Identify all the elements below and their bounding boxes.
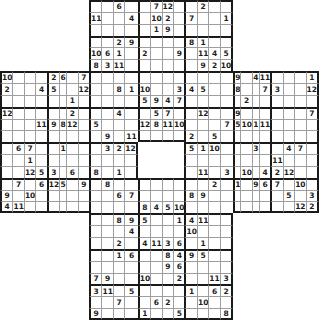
cell-r14-c0[interactable] (0, 166, 12, 178)
cell-r20-c18[interactable] (208, 237, 219, 249)
cell-r26-c11[interactable] (124, 308, 137, 320)
cell-r10-c10[interactable] (113, 119, 124, 131)
cell-r6-c2[interactable] (24, 71, 35, 83)
cell-r13-c27[interactable] (306, 154, 319, 166)
cell-r11-c8[interactable] (89, 130, 101, 142)
cell-r14-c11[interactable] (124, 166, 137, 178)
cell-r2-c17[interactable] (197, 24, 208, 36)
cell-r7-c21[interactable] (240, 83, 251, 95)
cell-r11-c3[interactable] (35, 130, 46, 142)
cell-r15-c16[interactable] (184, 178, 196, 190)
cell-r6-c14[interactable] (162, 71, 173, 83)
cell-r13-c20[interactable] (233, 154, 240, 166)
cell-r17-c24[interactable] (270, 201, 282, 213)
cell-r13-c7[interactable] (78, 154, 89, 166)
cell-r2-c16[interactable] (184, 24, 196, 36)
cell-r5-c15[interactable] (173, 59, 184, 71)
cell-r13-c5[interactable] (59, 154, 66, 166)
cell-r20-c9[interactable] (101, 237, 112, 249)
cell-r17-c20[interactable] (233, 201, 240, 213)
cell-r13-c25[interactable] (283, 154, 294, 166)
cell-r16-c7[interactable] (78, 190, 89, 202)
cell-r23-c13[interactable] (150, 273, 161, 285)
cell-r0-c15[interactable] (173, 0, 184, 12)
cell-r9-c1[interactable] (12, 107, 23, 119)
cell-r14-c1[interactable] (12, 166, 23, 178)
cell-r22-c17[interactable] (197, 261, 208, 273)
cell-r26-c14[interactable] (162, 308, 173, 320)
cell-r17-c18[interactable] (208, 201, 219, 213)
cell-r18-c19[interactable] (220, 213, 233, 225)
cell-r12-c23[interactable] (259, 142, 270, 154)
cell-r14-c22[interactable] (252, 166, 259, 178)
cell-r19-c15[interactable] (173, 225, 184, 237)
cell-r17-c21[interactable] (240, 201, 251, 213)
cell-r24-c12[interactable] (138, 284, 150, 296)
cell-r6-c21[interactable] (240, 71, 251, 83)
cell-r16-c3[interactable] (35, 190, 46, 202)
cell-r8-c22[interactable] (252, 95, 259, 107)
cell-r14-c7[interactable] (78, 166, 89, 178)
cell-r22-c19[interactable] (220, 261, 233, 273)
cell-r1-c18[interactable] (208, 12, 219, 24)
cell-r26-c9[interactable] (101, 308, 112, 320)
cell-r17-c10[interactable] (113, 201, 124, 213)
cell-r9-c23[interactable] (259, 107, 270, 119)
cell-r9-c19[interactable] (220, 107, 233, 119)
cell-r15-c0[interactable] (0, 178, 12, 190)
cell-r8-c19[interactable] (220, 95, 233, 107)
cell-r12-c24[interactable] (270, 142, 282, 154)
cell-r16-c15[interactable] (173, 190, 184, 202)
cell-r8-c0[interactable] (0, 95, 12, 107)
cell-r16-c13[interactable] (150, 190, 161, 202)
cell-r15-c13[interactable] (150, 178, 161, 190)
cell-r15-c14[interactable] (162, 178, 173, 190)
cell-r12-c19[interactable] (220, 142, 233, 154)
cell-r17-c4[interactable] (47, 201, 59, 213)
cell-r9-c16[interactable] (184, 107, 196, 119)
cell-r9-c22[interactable] (252, 107, 259, 119)
cell-r12-c20[interactable] (233, 142, 240, 154)
cell-r13-c23[interactable] (259, 154, 270, 166)
cell-r9-c9[interactable] (101, 107, 112, 119)
cell-r25-c11[interactable] (124, 296, 137, 308)
cell-r6-c19[interactable] (220, 71, 233, 83)
cell-r16-c23[interactable] (259, 190, 270, 202)
cell-r13-c18[interactable] (208, 154, 219, 166)
cell-r26-c10[interactable] (113, 308, 124, 320)
cell-r9-c4[interactable] (47, 107, 59, 119)
cell-r19-c12[interactable] (138, 225, 150, 237)
cell-r22-c11[interactable] (124, 261, 137, 273)
cell-r16-c4[interactable] (47, 190, 59, 202)
cell-r5-c11[interactable] (124, 59, 137, 71)
cell-r24-c13[interactable] (150, 284, 161, 296)
cell-r8-c27[interactable] (306, 95, 319, 107)
cell-r6-c13[interactable] (150, 71, 161, 83)
cell-r14-c16[interactable] (184, 166, 196, 178)
cell-r11-c19[interactable] (220, 130, 233, 142)
cell-r21-c19[interactable] (220, 249, 233, 261)
cell-r19-c14[interactable] (162, 225, 173, 237)
cell-r26-c18[interactable] (208, 308, 219, 320)
cell-r15-c11[interactable] (124, 178, 137, 190)
cell-r15-c10[interactable] (113, 178, 124, 190)
cell-r9-c3[interactable] (35, 107, 46, 119)
cell-r17-c16[interactable] (184, 201, 196, 213)
cell-r19-c18[interactable] (208, 225, 219, 237)
cell-r8-c5[interactable] (59, 95, 66, 107)
cell-r9-c15[interactable] (173, 107, 184, 119)
cell-r9-c5[interactable] (59, 107, 66, 119)
cell-r0-c19[interactable] (220, 0, 233, 12)
cell-r3-c13[interactable] (150, 36, 161, 48)
cell-r15-c8[interactable] (89, 178, 101, 190)
cell-r22-c16[interactable] (184, 261, 196, 273)
cell-r22-c8[interactable] (89, 261, 101, 273)
cell-r6-c6[interactable] (66, 71, 77, 83)
cell-r10-c7[interactable] (78, 119, 89, 131)
cell-r7-c22[interactable] (252, 83, 259, 95)
cell-r13-c0[interactable] (0, 154, 12, 166)
cell-r16-c26[interactable] (294, 190, 305, 202)
cell-r17-c5[interactable] (59, 201, 66, 213)
cell-r1-c15[interactable] (173, 12, 184, 24)
cell-r23-c10[interactable] (113, 273, 124, 285)
cell-r10-c27[interactable] (306, 119, 319, 131)
cell-r1-c9[interactable] (101, 12, 112, 24)
cell-r12-c4[interactable] (47, 142, 59, 154)
cell-r13-c9[interactable] (101, 154, 112, 166)
cell-r4-c14[interactable] (162, 47, 173, 59)
cell-r18-c14[interactable] (162, 213, 173, 225)
cell-r21-c18[interactable] (208, 249, 219, 261)
cell-r6-c16[interactable] (184, 71, 196, 83)
cell-r9-c25[interactable] (283, 107, 294, 119)
cell-r0-c18[interactable] (208, 0, 219, 12)
cell-r2-c18[interactable] (208, 24, 219, 36)
cell-r13-c4[interactable] (47, 154, 59, 166)
cell-r0-c8[interactable] (89, 0, 101, 12)
cell-r20-c8[interactable] (89, 237, 101, 249)
cell-r23-c17[interactable] (197, 273, 208, 285)
cell-r14-c20[interactable] (233, 166, 240, 178)
cell-r11-c25[interactable] (283, 130, 294, 142)
cell-r14-c26[interactable] (294, 166, 305, 178)
cell-r23-c14[interactable] (162, 273, 173, 285)
cell-r11-c6[interactable] (66, 130, 77, 142)
cell-r1-c17[interactable] (197, 12, 208, 24)
cell-r8-c3[interactable] (35, 95, 46, 107)
cell-r2-c9[interactable] (101, 24, 112, 36)
cell-r11-c27[interactable] (306, 130, 319, 142)
cell-r11-c13[interactable] (150, 130, 161, 142)
cell-r11-c23[interactable] (259, 130, 270, 142)
cell-r13-c6[interactable] (66, 154, 77, 166)
cell-r12-c7[interactable] (78, 142, 89, 154)
cell-r2-c10[interactable] (113, 24, 124, 36)
cell-r9-c12[interactable] (138, 107, 150, 119)
cell-r19-c9[interactable] (101, 225, 112, 237)
cell-r8-c17[interactable] (197, 95, 208, 107)
cell-r8-c24[interactable] (270, 95, 282, 107)
cell-r11-c12[interactable] (138, 130, 150, 142)
cell-r13-c22[interactable] (252, 154, 259, 166)
cell-r20-c16[interactable] (184, 237, 196, 249)
cell-r5-c13[interactable] (150, 59, 161, 71)
cell-r11-c24[interactable] (270, 130, 282, 142)
cell-r23-c11[interactable] (124, 273, 137, 285)
cell-r7-c6[interactable] (66, 83, 77, 95)
cell-r6-c26[interactable] (294, 71, 305, 83)
cell-r21-c12[interactable] (138, 249, 150, 261)
cell-r19-c17[interactable] (197, 225, 208, 237)
cell-r22-c13[interactable] (150, 261, 161, 273)
cell-r9-c11[interactable] (124, 107, 137, 119)
cell-r6-c10[interactable] (113, 71, 124, 83)
cell-r3-c9[interactable] (101, 36, 112, 48)
cell-r16-c20[interactable] (233, 190, 240, 202)
cell-r4-c16[interactable] (184, 47, 196, 59)
cell-r21-c13[interactable] (150, 249, 161, 261)
cell-r10-c1[interactable] (12, 119, 23, 131)
cell-r2-c19[interactable] (220, 24, 233, 36)
cell-r15-c17[interactable] (197, 178, 208, 190)
cell-r17-c17[interactable] (197, 201, 208, 213)
cell-r15-c27[interactable] (306, 178, 319, 190)
cell-r5-c16[interactable] (184, 59, 196, 71)
cell-r22-c18[interactable] (208, 261, 219, 273)
cell-r8-c4[interactable] (47, 95, 59, 107)
cell-r6-c1[interactable] (12, 71, 23, 83)
cell-r10-c2[interactable] (24, 119, 35, 131)
cell-r18-c13[interactable] (150, 213, 161, 225)
cell-r6-c8[interactable] (89, 71, 101, 83)
cell-r17-c7[interactable] (78, 201, 89, 213)
cell-r17-c9[interactable] (101, 201, 112, 213)
cell-r7-c1[interactable] (12, 83, 23, 95)
cell-r26-c13[interactable] (150, 308, 161, 320)
cell-r9-c8[interactable] (89, 107, 101, 119)
cell-r15-c6[interactable] (66, 178, 77, 190)
cell-r13-c10[interactable] (113, 154, 124, 166)
cell-r10-c18[interactable] (208, 119, 219, 131)
cell-r0-c11[interactable] (124, 0, 137, 12)
cell-r10-c17[interactable] (197, 119, 208, 131)
cell-r22-c12[interactable] (138, 261, 150, 273)
cell-r12-c8[interactable] (89, 142, 101, 154)
cell-r13-c19[interactable] (220, 154, 233, 166)
cell-r10-c24[interactable] (270, 119, 282, 131)
cell-r7-c8[interactable] (89, 83, 101, 95)
cell-r16-c24[interactable] (270, 190, 282, 202)
cell-r9-c21[interactable] (240, 107, 251, 119)
cell-r18-c18[interactable] (208, 213, 219, 225)
cell-r13-c8[interactable] (89, 154, 101, 166)
cell-r1-c12[interactable] (138, 12, 150, 24)
cell-r21-c9[interactable] (101, 249, 112, 261)
cell-r11-c2[interactable] (24, 130, 35, 142)
cell-r4-c13[interactable] (150, 47, 161, 59)
cell-r7-c25[interactable] (283, 83, 294, 95)
cell-r0-c9[interactable] (101, 0, 112, 12)
cell-r13-c1[interactable] (12, 154, 23, 166)
cell-r11-c0[interactable] (0, 130, 12, 142)
cell-r20-c11[interactable] (124, 237, 137, 249)
cell-r16-c21[interactable] (240, 190, 251, 202)
cell-r19-c8[interactable] (89, 225, 101, 237)
cell-r11-c7[interactable] (78, 130, 89, 142)
cell-r18-c9[interactable] (101, 213, 112, 225)
cell-r19-c10[interactable] (113, 225, 124, 237)
cell-r24-c10[interactable] (113, 284, 124, 296)
cell-r8-c23[interactable] (259, 95, 270, 107)
cell-r5-c12[interactable] (138, 59, 150, 71)
cell-r8-c25[interactable] (283, 95, 294, 107)
cell-r6-c12[interactable] (138, 71, 150, 83)
cell-r11-c20[interactable] (233, 130, 240, 142)
cell-r13-c3[interactable] (35, 154, 46, 166)
cell-r14-c18[interactable] (208, 166, 219, 178)
cell-r16-c22[interactable] (252, 190, 259, 202)
cell-r11-c15[interactable] (173, 130, 184, 142)
cell-r4-c11[interactable] (124, 47, 137, 59)
cell-r9-c2[interactable] (24, 107, 35, 119)
cell-r19-c13[interactable] (150, 225, 161, 237)
cell-r2-c15[interactable] (173, 24, 184, 36)
cell-r9-c18[interactable] (208, 107, 219, 119)
cell-r6-c24[interactable] (270, 71, 282, 83)
cell-r13-c11[interactable] (124, 154, 137, 166)
cell-r12-c27[interactable] (306, 142, 319, 154)
cell-r11-c21[interactable] (240, 130, 251, 142)
cell-r24-c14[interactable] (162, 284, 173, 296)
cell-r22-c10[interactable] (113, 261, 124, 273)
cell-r17-c2[interactable] (24, 201, 35, 213)
cell-r3-c12[interactable] (138, 36, 150, 48)
cell-r25-c9[interactable] (101, 296, 112, 308)
cell-r18-c8[interactable] (89, 213, 101, 225)
cell-r16-c1[interactable] (12, 190, 23, 202)
cell-r12-c21[interactable] (240, 142, 251, 154)
cell-r2-c8[interactable] (89, 24, 101, 36)
cell-r16-c9[interactable] (101, 190, 112, 202)
cell-r16-c6[interactable] (66, 190, 77, 202)
cell-r15-c15[interactable] (173, 178, 184, 190)
cell-r8-c8[interactable] (89, 95, 101, 107)
cell-r12-c6[interactable] (66, 142, 77, 154)
cell-r20-c19[interactable] (220, 237, 233, 249)
cell-r24-c17[interactable] (197, 284, 208, 296)
cell-r6-c11[interactable] (124, 71, 137, 83)
cell-r11-c22[interactable] (252, 130, 259, 142)
cell-r25-c19[interactable] (220, 296, 233, 308)
cell-r0-c16[interactable] (184, 0, 196, 12)
cell-r13-c26[interactable] (294, 154, 305, 166)
cell-r19-c19[interactable] (220, 225, 233, 237)
cell-r17-c19[interactable] (220, 201, 233, 213)
cell-r3-c15[interactable] (173, 36, 184, 48)
cell-r6-c17[interactable] (197, 71, 208, 83)
cell-r9-c24[interactable] (270, 107, 282, 119)
cell-r6-c15[interactable] (173, 71, 184, 83)
cell-r10-c9[interactable] (101, 119, 112, 131)
cell-r17-c8[interactable] (89, 201, 101, 213)
cell-r14-c27[interactable] (306, 166, 319, 178)
cell-r16-c8[interactable] (89, 190, 101, 202)
cell-r26-c16[interactable] (184, 308, 196, 320)
cell-r11-c4[interactable] (47, 130, 59, 142)
cell-r17-c22[interactable] (252, 201, 259, 213)
cell-r2-c11[interactable] (124, 24, 137, 36)
cell-r6-c25[interactable] (283, 71, 294, 83)
cell-r15-c19[interactable] (220, 178, 233, 190)
cell-r3-c14[interactable] (162, 36, 173, 48)
cell-r8-c7[interactable] (78, 95, 89, 107)
cell-r8-c9[interactable] (101, 95, 112, 107)
cell-r8-c11[interactable] (124, 95, 137, 107)
cell-r8-c16[interactable] (184, 95, 196, 107)
cell-r15-c12[interactable] (138, 178, 150, 190)
cell-r7-c9[interactable] (101, 83, 112, 95)
cell-r16-c12[interactable] (138, 190, 150, 202)
cell-r10-c0[interactable] (0, 119, 12, 131)
cell-r25-c8[interactable] (89, 296, 101, 308)
cell-r17-c6[interactable] (66, 201, 77, 213)
cell-r14-c5[interactable] (59, 166, 66, 178)
cell-r0-c12[interactable] (138, 0, 150, 12)
cell-r15-c2[interactable] (24, 178, 35, 190)
cell-r16-c14[interactable] (162, 190, 173, 202)
cell-r25-c18[interactable] (208, 296, 219, 308)
cell-r8-c20[interactable] (233, 95, 240, 107)
cell-r25-c12[interactable] (138, 296, 150, 308)
cell-r24-c15[interactable] (173, 284, 184, 296)
cell-r26-c17[interactable] (197, 308, 208, 320)
cell-r2-c12[interactable] (138, 24, 150, 36)
cell-r12-c0[interactable] (0, 142, 12, 154)
cell-r11-c1[interactable] (12, 130, 23, 142)
cell-r11-c14[interactable] (162, 130, 173, 142)
cell-r13-c17[interactable] (197, 154, 208, 166)
cell-r25-c16[interactable] (184, 296, 196, 308)
cell-r16-c18[interactable] (208, 190, 219, 202)
cell-r7-c5[interactable] (59, 83, 66, 95)
cell-r11-c10[interactable] (113, 130, 124, 142)
cell-r7-c19[interactable] (220, 83, 233, 95)
cell-r3-c8[interactable] (89, 36, 101, 48)
cell-r8-c2[interactable] (24, 95, 35, 107)
cell-r13-c21[interactable] (240, 154, 251, 166)
cell-r5-c14[interactable] (162, 59, 173, 71)
cell-r10-c16[interactable] (184, 119, 196, 131)
cell-r12-c3[interactable] (35, 142, 46, 154)
cell-r21-c8[interactable] (89, 249, 101, 261)
cell-r9-c26[interactable] (294, 107, 305, 119)
cell-r3-c19[interactable] (220, 36, 233, 48)
cell-r14-c9[interactable] (101, 166, 112, 178)
cell-r23-c16[interactable] (184, 273, 196, 285)
cell-r7-c2[interactable] (24, 83, 35, 95)
cell-r8-c10[interactable] (113, 95, 124, 107)
cell-r6-c9[interactable] (101, 71, 112, 83)
cell-r11-c5[interactable] (59, 130, 66, 142)
cell-r15-c21[interactable] (240, 178, 251, 190)
cell-r7-c13[interactable] (150, 83, 161, 95)
cell-r7-c18[interactable] (208, 83, 219, 95)
cell-r6-c18[interactable] (208, 71, 219, 83)
